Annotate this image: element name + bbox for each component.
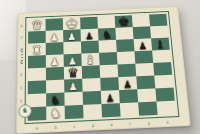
file-label-d: d [84, 123, 103, 129]
square-e5[interactable] [99, 52, 117, 65]
square-h2[interactable] [155, 88, 174, 102]
square-d8[interactable] [80, 17, 98, 30]
square-f7[interactable] [115, 27, 133, 40]
square-c4[interactable]: ♛ [64, 66, 82, 80]
square-b8[interactable] [46, 18, 64, 31]
file-label-g: g [139, 120, 158, 126]
square-c1[interactable] [65, 105, 84, 119]
square-f3[interactable]: ♟ [118, 76, 137, 90]
square-g2[interactable] [137, 88, 156, 102]
border-print [21, 49, 23, 64]
square-g7[interactable] [133, 26, 151, 39]
square-e8[interactable] [97, 16, 115, 29]
square-d5[interactable]: ♝ [81, 53, 99, 66]
square-b3[interactable] [46, 80, 64, 94]
rank-label-4: 4 [20, 69, 23, 82]
file-labels: abcdefgh [28, 119, 177, 131]
photo-background: ♛♚♚♟♟♟♞♜♟♝♟♟♝♛♟♟♞♟♞ abcdefgh 87654321 ♞ [0, 0, 200, 134]
square-b7[interactable]: ♟ [46, 30, 64, 43]
square-f5[interactable] [117, 51, 136, 64]
square-d6[interactable] [81, 41, 99, 54]
file-label-f: f [121, 121, 140, 127]
square-g5[interactable] [134, 50, 153, 63]
square-b5[interactable]: ♟ [46, 54, 64, 67]
square-h8[interactable] [149, 14, 167, 26]
square-a4[interactable] [28, 68, 46, 82]
square-e1[interactable] [101, 103, 120, 117]
square-a3[interactable] [28, 80, 46, 94]
square-f4[interactable] [118, 64, 137, 77]
square-f8[interactable]: ♚ [115, 15, 133, 28]
square-f6[interactable] [116, 39, 134, 52]
square-e2[interactable]: ♟ [101, 90, 120, 104]
square-g8[interactable] [132, 15, 150, 28]
rank-label-8: 8 [20, 20, 23, 32]
piece-white-knight[interactable]: ♞ [46, 107, 65, 120]
square-a2[interactable] [28, 93, 46, 107]
square-a8[interactable]: ♛ [28, 19, 45, 32]
piece-white-bishop[interactable]: ♝ [81, 54, 99, 66]
square-g3[interactable] [136, 76, 155, 90]
piece-white-king[interactable]: ♚ [63, 17, 81, 30]
square-c6[interactable] [63, 41, 81, 54]
square-e3[interactable] [100, 77, 119, 91]
piece-black-knight[interactable]: ♞ [98, 29, 116, 41]
square-e7[interactable]: ♞ [98, 28, 116, 41]
piece-black-bishop[interactable]: ♝ [151, 38, 170, 50]
rank-label-3: 3 [20, 81, 23, 94]
square-h4[interactable] [153, 62, 172, 75]
piece-black-queen[interactable]: ♛ [64, 66, 82, 80]
square-g6[interactable]: ♟ [134, 38, 153, 51]
knight-emblem-icon: ♞ [22, 107, 29, 115]
square-h3[interactable] [154, 75, 173, 89]
square-b2[interactable]: ♞ [46, 93, 65, 107]
square-d1[interactable] [83, 104, 102, 118]
square-f1[interactable] [120, 102, 139, 116]
square-c2[interactable] [64, 92, 83, 106]
square-d4[interactable] [82, 65, 100, 78]
square-b4[interactable] [46, 67, 64, 81]
square-c8[interactable]: ♚ [63, 18, 81, 31]
piece-white-queen[interactable]: ♛ [28, 19, 45, 32]
square-d3[interactable] [82, 78, 101, 92]
square-e4[interactable] [100, 64, 119, 77]
square-h5[interactable] [152, 50, 171, 63]
square-a5[interactable] [28, 55, 46, 68]
piece-black-knight[interactable]: ♞ [46, 94, 65, 107]
board-grid: ♛♚♚♟♟♟♞♜♟♝♟♟♝♛♟♟♞♟♞ [28, 14, 176, 121]
square-g1[interactable] [138, 102, 157, 116]
rank-label-7: 7 [20, 32, 23, 44]
file-label-a: a [28, 125, 47, 131]
square-g4[interactable] [135, 63, 154, 76]
piece-black-king[interactable]: ♚ [115, 14, 133, 27]
square-c7[interactable]: ♟ [63, 29, 81, 42]
square-e6[interactable] [98, 40, 116, 53]
square-f2[interactable] [119, 89, 138, 103]
file-label-e: e [102, 122, 121, 128]
square-h1[interactable] [156, 101, 176, 115]
chess-board: ♛♚♚♟♟♟♞♜♟♝♟♟♝♛♟♟♞♟♞ abcdefgh 87654321 ♞ [16, 6, 191, 134]
square-h6[interactable]: ♝ [151, 38, 170, 51]
square-a7[interactable] [28, 31, 46, 44]
file-label-h: h [158, 119, 177, 125]
square-b6[interactable] [46, 42, 64, 55]
square-d7[interactable]: ♟ [81, 29, 99, 42]
square-d2[interactable] [83, 91, 102, 105]
photo-scene: ♛♚♚♟♟♟♞♜♟♝♟♟♝♛♟♟♞♟♞ abcdefgh 87654321 ♞ [0, 0, 200, 134]
square-a6[interactable]: ♜ [28, 43, 46, 56]
file-label-c: c [65, 124, 84, 130]
square-c3[interactable]: ♟ [64, 79, 83, 93]
square-b1[interactable]: ♞ [46, 106, 65, 120]
square-h7[interactable] [150, 26, 169, 39]
file-label-b: b [46, 124, 65, 130]
